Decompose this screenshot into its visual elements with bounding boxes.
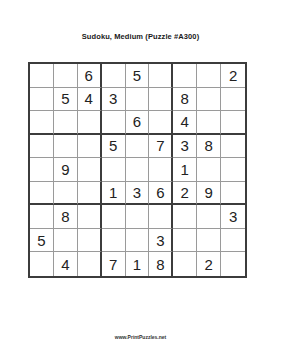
footer-url: www.PrintPuzzles.net [0, 334, 281, 340]
cell-r4c4: 5 [102, 135, 126, 159]
cell-r9c9 [221, 252, 245, 276]
cell-r7c4 [102, 205, 126, 229]
cell-r8c9 [221, 229, 245, 253]
cell-r8c2 [54, 229, 78, 253]
cell-r4c1 [30, 135, 54, 159]
cell-r2c2: 5 [54, 88, 78, 112]
cell-r6c2 [54, 182, 78, 206]
cell-r1c8 [197, 64, 221, 88]
cell-r9c8: 2 [197, 252, 221, 276]
cell-r8c5 [126, 229, 150, 253]
cell-r1c7 [173, 64, 197, 88]
cell-r1c6 [149, 64, 173, 88]
cell-r6c9 [221, 182, 245, 206]
cell-r7c2: 8 [54, 205, 78, 229]
cell-r5c2: 9 [54, 158, 78, 182]
cell-r1c5: 5 [126, 64, 150, 88]
cell-r3c8 [197, 111, 221, 135]
cell-r8c6: 3 [149, 229, 173, 253]
cell-r4c9 [221, 135, 245, 159]
cell-r7c6 [149, 205, 173, 229]
cell-r1c3: 6 [78, 64, 102, 88]
cell-r6c4: 1 [102, 182, 126, 206]
cell-r2c8 [197, 88, 221, 112]
cell-r5c1 [30, 158, 54, 182]
cell-r2c4: 3 [102, 88, 126, 112]
cell-r5c6 [149, 158, 173, 182]
cell-r4c8: 8 [197, 135, 221, 159]
puzzle-title: Sudoku, Medium (Puzzle #A300) [0, 32, 281, 41]
cell-r9c3 [78, 252, 102, 276]
cell-r6c3 [78, 182, 102, 206]
cell-r3c7: 4 [173, 111, 197, 135]
cell-r6c6: 6 [149, 182, 173, 206]
cell-r4c6: 7 [149, 135, 173, 159]
cell-r6c1 [30, 182, 54, 206]
cell-r2c1 [30, 88, 54, 112]
cell-r2c3: 4 [78, 88, 102, 112]
cell-r2c9 [221, 88, 245, 112]
cell-r8c8 [197, 229, 221, 253]
cell-r8c1: 5 [30, 229, 54, 253]
cell-r6c7: 2 [173, 182, 197, 206]
cell-r5c3 [78, 158, 102, 182]
cell-r4c7: 3 [173, 135, 197, 159]
cell-r1c9: 2 [221, 64, 245, 88]
cell-r1c4 [102, 64, 126, 88]
cell-r3c6 [149, 111, 173, 135]
cell-r9c1 [30, 252, 54, 276]
cell-r4c3 [78, 135, 102, 159]
cell-r8c4 [102, 229, 126, 253]
cell-r8c3 [78, 229, 102, 253]
cell-r1c2 [54, 64, 78, 88]
cell-r7c5 [126, 205, 150, 229]
cell-r7c1 [30, 205, 54, 229]
cell-r5c9 [221, 158, 245, 182]
cell-r9c6: 8 [149, 252, 173, 276]
cell-r8c7 [173, 229, 197, 253]
cell-r3c3 [78, 111, 102, 135]
cell-r2c7: 8 [173, 88, 197, 112]
cell-r7c3 [78, 205, 102, 229]
cell-r3c9 [221, 111, 245, 135]
cell-r1c1 [30, 64, 54, 88]
cell-r7c7 [173, 205, 197, 229]
cell-r9c5: 1 [126, 252, 150, 276]
cell-r9c4: 7 [102, 252, 126, 276]
cell-r3c5: 6 [126, 111, 150, 135]
cell-r5c8 [197, 158, 221, 182]
cell-r2c5 [126, 88, 150, 112]
cell-r5c4 [102, 158, 126, 182]
sudoku-board: 65254386457389113629835347182 [28, 62, 247, 278]
cell-r3c1 [30, 111, 54, 135]
cell-r6c8: 9 [197, 182, 221, 206]
cell-r4c2 [54, 135, 78, 159]
cell-r9c7 [173, 252, 197, 276]
cell-r9c2: 4 [54, 252, 78, 276]
cell-r3c4 [102, 111, 126, 135]
cell-r7c8 [197, 205, 221, 229]
cell-r4c5 [126, 135, 150, 159]
cell-r5c5 [126, 158, 150, 182]
cell-r2c6 [149, 88, 173, 112]
cell-r6c5: 3 [126, 182, 150, 206]
cell-r7c9: 3 [221, 205, 245, 229]
cell-r3c2 [54, 111, 78, 135]
cell-r5c7: 1 [173, 158, 197, 182]
